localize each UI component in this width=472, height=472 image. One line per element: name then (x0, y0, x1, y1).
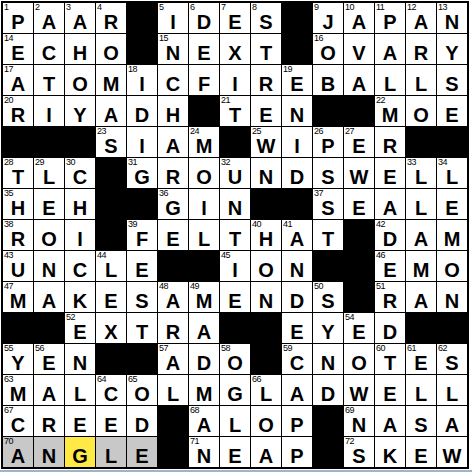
cell-r3c13[interactable]: L (375, 65, 405, 95)
cell-letter: R (96, 11, 126, 33)
cell-letter: L (96, 259, 126, 281)
cell-r11c5[interactable]: T (127, 313, 157, 343)
cell-letter: E (65, 414, 95, 436)
cell-r12c7[interactable]: D (189, 344, 219, 374)
cell-r15c15[interactable]: W (437, 437, 467, 467)
cell-letter: T (3, 166, 33, 188)
black-square-r11c14 (406, 313, 436, 343)
cell-r6c10[interactable]: D (282, 158, 312, 188)
cell-r8c2[interactable]: O (34, 220, 64, 250)
cell-r3c15[interactable]: S (437, 65, 467, 95)
cell-r10c4[interactable]: E (96, 282, 126, 312)
cell-r1c7[interactable]: 6D (189, 3, 219, 33)
cell-r14c14[interactable]: S (406, 406, 436, 436)
cell-r7c12[interactable]: E (344, 189, 374, 219)
cell-r13c12[interactable]: W (344, 375, 374, 405)
cell-r7c8[interactable]: N (220, 189, 250, 219)
cell-r14c4[interactable]: E (96, 406, 126, 436)
cell-letter: M (189, 135, 219, 157)
cell-r2c9[interactable]: T (251, 34, 281, 64)
cell-letter: E (344, 321, 374, 343)
cell-r5c6[interactable]: A (158, 127, 188, 157)
cell-r4c5[interactable]: D (127, 96, 157, 126)
cell-letter: W (344, 166, 374, 188)
cell-r7c13[interactable]: A (375, 189, 405, 219)
cell-r10c5[interactable]: S (127, 282, 157, 312)
cell-r13c2[interactable]: A (34, 375, 64, 405)
cell-r2c3[interactable]: H (65, 34, 95, 64)
cell-r13c9[interactable]: 66L (251, 375, 281, 405)
cell-r2c14[interactable]: R (406, 34, 436, 64)
cell-r15c13[interactable]: K (375, 437, 405, 467)
black-square-r7c4 (96, 189, 126, 219)
cell-letter: R (34, 414, 64, 436)
cell-letter: M (437, 228, 467, 250)
black-square-r8c12 (344, 220, 374, 250)
black-square-r9c6 (158, 251, 188, 281)
cell-r4c9[interactable]: E (251, 96, 281, 126)
cell-letter: R (158, 321, 188, 343)
cell-r11c10[interactable]: E (282, 313, 312, 343)
cell-letter: U (3, 259, 33, 281)
cell-letter: B (313, 73, 343, 95)
black-square-r8c4 (96, 220, 126, 250)
cell-r4c13[interactable]: 22M (375, 96, 405, 126)
cell-letter: O (127, 383, 157, 405)
cell-letter: H (65, 197, 95, 219)
cell-r7c2[interactable]: E (34, 189, 64, 219)
cell-letter: A (189, 321, 219, 343)
cell-r6c11[interactable]: S (313, 158, 343, 188)
cell-r7c14[interactable]: L (406, 189, 436, 219)
cell-r9c5[interactable]: E (127, 251, 157, 281)
cell-r3c2[interactable]: T (34, 65, 64, 95)
cell-r10c6[interactable]: 48A (158, 282, 188, 312)
cell-r10c10[interactable]: D (282, 282, 312, 312)
black-square-r1c5 (127, 3, 157, 33)
cell-r5c13[interactable]: R (375, 127, 405, 157)
cell-r3c7[interactable]: F (189, 65, 219, 95)
cell-letter: A (3, 73, 33, 95)
cell-letter: A (34, 383, 64, 405)
cell-letter: E (220, 290, 250, 312)
cell-r6c3[interactable]: 30C (65, 158, 95, 188)
cell-r11c7[interactable]: A (189, 313, 219, 343)
black-square-r5c2 (34, 127, 64, 157)
cell-letter: L (220, 414, 250, 436)
black-square-r7c10 (282, 189, 312, 219)
cell-r11c12[interactable]: 54E (344, 313, 374, 343)
cell-letter: A (282, 228, 312, 250)
cell-letter: L (158, 383, 188, 405)
cell-letter: E (344, 197, 374, 219)
cell-r13c4[interactable]: 64C (96, 375, 126, 405)
cell-letter: N (251, 166, 281, 188)
cell-r8c14[interactable]: A (406, 220, 436, 250)
cell-letter: S (437, 73, 467, 95)
cell-r6c5[interactable]: 31G (127, 158, 157, 188)
cell-r2c4[interactable]: O (96, 34, 126, 64)
cell-r1c12[interactable]: 10A (344, 3, 374, 33)
cell-r8c7[interactable]: L (189, 220, 219, 250)
cell-r8c1[interactable]: 38R (3, 220, 33, 250)
cell-letter: A (3, 445, 33, 467)
cell-r12c3[interactable]: N (65, 344, 95, 374)
cell-r14c7[interactable]: 68A (189, 406, 219, 436)
cell-r15c8[interactable]: E (220, 437, 250, 467)
cell-letter: A (375, 42, 405, 64)
cell-r1c14[interactable]: 12A (406, 3, 436, 33)
cell-r5c4[interactable]: 23S (96, 127, 126, 157)
cell-letter: H (65, 42, 95, 64)
cell-r3c5[interactable]: 18I (127, 65, 157, 95)
cell-letter: T (127, 321, 157, 343)
cell-r14c1[interactable]: 67C (3, 406, 33, 436)
cell-r8c15[interactable]: M (437, 220, 467, 250)
cell-letter: O (34, 228, 64, 250)
cell-letter: L (96, 445, 126, 467)
cell-r15c4[interactable]: L (96, 437, 126, 467)
cell-r2c15[interactable]: Y (437, 34, 467, 64)
cell-r10c11[interactable]: 50S (313, 282, 343, 312)
cell-r11c4[interactable]: X (96, 313, 126, 343)
cell-r15c5[interactable]: E (127, 437, 157, 467)
black-square-r11c1 (3, 313, 33, 343)
black-square-r11c8 (220, 313, 250, 343)
cell-letter: E (127, 259, 157, 281)
cell-r9c2[interactable]: N (34, 251, 64, 281)
cell-r6c9[interactable]: N (251, 158, 281, 188)
cell-letter: D (189, 11, 219, 33)
cell-r8c8[interactable]: T (220, 220, 250, 250)
cell-r2c12[interactable]: V (344, 34, 374, 64)
cell-letter: Y (3, 352, 33, 374)
cell-r8c3[interactable]: I (65, 220, 95, 250)
cell-r14c12[interactable]: 69N (344, 406, 374, 436)
cell-letter: E (437, 197, 467, 219)
cell-letter: A (437, 414, 467, 436)
cell-letter: M (406, 259, 436, 281)
cell-r13c13[interactable]: E (375, 375, 405, 405)
cell-r2c1[interactable]: 14E (3, 34, 33, 64)
cell-letter: N (251, 290, 281, 312)
cell-letter: J (313, 11, 343, 33)
cell-r14c13[interactable]: A (375, 406, 405, 436)
cell-r8c13[interactable]: 42D (375, 220, 405, 250)
cell-r6c12[interactable]: W (344, 158, 374, 188)
cell-letter: P (3, 11, 33, 33)
cell-letter: O (344, 352, 374, 374)
cell-r13c5[interactable]: 65O (127, 375, 157, 405)
cell-r2c7[interactable]: E (189, 34, 219, 64)
cell-letter: R (158, 166, 188, 188)
cell-r12c14[interactable]: 61E (406, 344, 436, 374)
cell-r6c15[interactable]: 34L (437, 158, 467, 188)
cell-r15c1[interactable]: 70A (3, 437, 33, 467)
cell-r1c1[interactable]: 1P (3, 3, 33, 33)
cell-r3c12[interactable]: A (344, 65, 374, 95)
cell-r2c11[interactable]: 16O (313, 34, 343, 64)
cell-r10c3[interactable]: K (65, 282, 95, 312)
cell-letter: T (313, 228, 343, 250)
cell-r3c11[interactable]: B (313, 65, 343, 95)
crossword-grid[interactable]: 1P2A3A4R5I6D7E8S9J10A11P12A13N14ECHO15NE… (1, 1, 469, 469)
cell-r8c9[interactable]: 40H (251, 220, 281, 250)
cell-letter: P (282, 414, 312, 436)
cell-letter: S (406, 414, 436, 436)
cell-r14c2[interactable]: R (34, 406, 64, 436)
cell-r4c1[interactable]: 20R (3, 96, 33, 126)
cell-r1c6[interactable]: 5I (158, 3, 188, 33)
cell-letter: D (127, 104, 157, 126)
cell-letter: E (375, 166, 405, 188)
cell-r6c13[interactable]: E (375, 158, 405, 188)
cell-r13c8[interactable]: G (220, 375, 250, 405)
cell-r5c12[interactable]: 27E (344, 127, 374, 157)
cell-r11c13[interactable]: D (375, 313, 405, 343)
cell-r3c14[interactable]: L (406, 65, 436, 95)
cell-letter: E (189, 42, 219, 64)
cell-r7c7[interactable]: I (189, 189, 219, 219)
cell-r8c10[interactable]: 41A (282, 220, 312, 250)
cell-r14c5[interactable]: D (127, 406, 157, 436)
cell-r7c3[interactable]: H (65, 189, 95, 219)
cell-letter: E (220, 445, 250, 467)
cell-r4c8[interactable]: 21T (220, 96, 250, 126)
cell-r11c11[interactable]: Y (313, 313, 343, 343)
cell-letter: E (65, 321, 95, 343)
cell-r13c7[interactable]: M (189, 375, 219, 405)
cell-r9c9[interactable]: O (251, 251, 281, 281)
cell-r4c15[interactable]: E (437, 96, 467, 126)
cell-r1c9[interactable]: 8S (251, 3, 281, 33)
cell-r6c14[interactable]: 33L (406, 158, 436, 188)
cell-letter: E (406, 352, 436, 374)
cell-r1c11[interactable]: 9J (313, 3, 343, 33)
cell-letter: E (375, 383, 405, 405)
cell-letter: F (127, 228, 157, 250)
cell-letter: S (313, 290, 343, 312)
cell-r6c2[interactable]: 29L (34, 158, 64, 188)
cell-r7c15[interactable]: E (437, 189, 467, 219)
cell-letter: R (251, 73, 281, 95)
cell-r9c10[interactable]: N (282, 251, 312, 281)
cell-r1c4[interactable]: 4R (96, 3, 126, 33)
cell-r9c14[interactable]: M (406, 251, 436, 281)
cell-letter: D (127, 414, 157, 436)
cell-r13c6[interactable]: L (158, 375, 188, 405)
cell-r12c1[interactable]: 55Y (3, 344, 33, 374)
cell-r9c8[interactable]: 45I (220, 251, 250, 281)
cell-r12c11[interactable]: N (313, 344, 343, 374)
cell-r3c3[interactable]: O (65, 65, 95, 95)
cell-r13c14[interactable]: L (406, 375, 436, 405)
cell-letter: P (313, 135, 343, 157)
cell-r10c9[interactable]: N (251, 282, 281, 312)
cell-r12c8[interactable]: 58O (220, 344, 250, 374)
cell-letter: N (189, 445, 219, 467)
cell-letter: I (127, 73, 157, 95)
cell-letter: L (65, 383, 95, 405)
cell-r13c3[interactable]: L (65, 375, 95, 405)
black-square-r2c10 (282, 34, 312, 64)
cell-letter: R (3, 228, 33, 250)
cell-r12c6[interactable]: 57A (158, 344, 188, 374)
cell-r10c7[interactable]: 49M (189, 282, 219, 312)
cell-r15c10[interactable]: P (282, 437, 312, 467)
cell-r12c12[interactable]: O (344, 344, 374, 374)
cell-r1c2[interactable]: 2A (34, 3, 64, 33)
cell-letter: S (96, 135, 126, 157)
cell-r10c13[interactable]: 51R (375, 282, 405, 312)
cell-r3c1[interactable]: 17A (3, 65, 33, 95)
cell-r1c15[interactable]: 13N (437, 3, 467, 33)
cell-r3c6[interactable]: C (158, 65, 188, 95)
cell-letter: O (189, 166, 219, 188)
cell-letter: A (251, 445, 281, 467)
cell-letter: O (65, 73, 95, 95)
cell-r3c9[interactable]: R (251, 65, 281, 95)
cell-letter: S (127, 290, 157, 312)
cell-r15c14[interactable]: E (406, 437, 436, 467)
cell-r14c15[interactable]: A (437, 406, 467, 436)
black-square-r2c5 (127, 34, 157, 64)
black-square-r5c1 (3, 127, 33, 157)
cell-r2c13[interactable]: A (375, 34, 405, 64)
cell-letter: L (189, 228, 219, 250)
cell-letter: N (282, 259, 312, 281)
cell-r8c6[interactable]: E (158, 220, 188, 250)
cell-letter: A (375, 197, 405, 219)
cell-letter: I (220, 259, 250, 281)
cell-r14c10[interactable]: P (282, 406, 312, 436)
cell-r5c9[interactable]: 25W (251, 127, 281, 157)
cell-letter: E (220, 11, 250, 33)
cell-r1c8[interactable]: 7E (220, 3, 250, 33)
cell-r9c15[interactable]: O (437, 251, 467, 281)
cell-r9c1[interactable]: 43U (3, 251, 33, 281)
cell-letter: D (282, 166, 312, 188)
cell-r12c2[interactable]: 56E (34, 344, 64, 374)
cell-r4c3[interactable]: Y (65, 96, 95, 126)
black-square-r7c9 (251, 189, 281, 219)
cell-letter: E (96, 290, 126, 312)
black-square-r5c15 (437, 127, 467, 157)
cell-r3c10[interactable]: 19E (282, 65, 312, 95)
cell-r9c4[interactable]: 44L (96, 251, 126, 281)
cell-letter: N (437, 11, 467, 33)
cell-r6c1[interactable]: 28T (3, 158, 33, 188)
crossword-app: 1P2A3A4R5I6D7E8S9J10A11P12A13N14ECHO15NE… (0, 0, 472, 472)
cell-r10c8[interactable]: E (220, 282, 250, 312)
cell-r10c15[interactable]: N (437, 282, 467, 312)
cell-r12c10[interactable]: 59C (282, 344, 312, 374)
cell-r15c3[interactable]: G (65, 437, 95, 467)
cell-letter: M (3, 290, 33, 312)
cell-letter: E (437, 104, 467, 126)
cell-r7c6[interactable]: 36G (158, 189, 188, 219)
cell-r10c2[interactable]: A (34, 282, 64, 312)
cell-r5c7[interactable]: 24M (189, 127, 219, 157)
cell-r2c8[interactable]: X (220, 34, 250, 64)
cell-r9c3[interactable]: C (65, 251, 95, 281)
cell-r6c8[interactable]: 32U (220, 158, 250, 188)
cell-r5c10[interactable]: I (282, 127, 312, 157)
cell-letter: C (158, 73, 188, 95)
cell-r3c8[interactable]: I (220, 65, 250, 95)
cell-letter: M (189, 383, 219, 405)
cell-letter: S (344, 445, 374, 467)
cell-r4c4[interactable]: A (96, 96, 126, 126)
cell-r13c10[interactable]: A (282, 375, 312, 405)
cell-r13c15[interactable]: L (437, 375, 467, 405)
cell-r2c2[interactable]: C (34, 34, 64, 64)
cell-r6c7[interactable]: O (189, 158, 219, 188)
cell-letter: E (375, 259, 405, 281)
cell-letter: O (313, 42, 343, 64)
cell-r1c13[interactable]: 11P (375, 3, 405, 33)
black-square-r15c6 (158, 437, 188, 467)
cell-r2c6[interactable]: 15N (158, 34, 188, 64)
cell-r5c5[interactable]: I (127, 127, 157, 157)
cell-letter: S (437, 352, 467, 374)
cell-r4c6[interactable]: H (158, 96, 188, 126)
cell-r14c3[interactable]: E (65, 406, 95, 436)
cell-r4c2[interactable]: I (34, 96, 64, 126)
cell-letter: M (375, 104, 405, 126)
cell-letter: R (375, 290, 405, 312)
cell-r12c15[interactable]: 62S (437, 344, 467, 374)
cell-letter: E (282, 321, 312, 343)
cell-r13c11[interactable]: D (313, 375, 343, 405)
cell-r7c11[interactable]: 37S (313, 189, 343, 219)
cell-r8c5[interactable]: 39F (127, 220, 157, 250)
black-square-r5c8 (220, 127, 250, 157)
cell-r14c9[interactable]: O (251, 406, 281, 436)
cell-r3c4[interactable]: M (96, 65, 126, 95)
cell-r11c6[interactable]: R (158, 313, 188, 343)
black-square-r9c7 (189, 251, 219, 281)
cell-r7c1[interactable]: 35H (3, 189, 33, 219)
cell-letter: E (96, 414, 126, 436)
cell-r1c3[interactable]: 3A (65, 3, 95, 33)
cell-letter: L (251, 383, 281, 405)
cell-r13c1[interactable]: 63M (3, 375, 33, 405)
cell-r12c13[interactable]: 60T (375, 344, 405, 374)
cell-r15c9[interactable]: A (251, 437, 281, 467)
cell-letter: W (251, 135, 281, 157)
cell-r4c10[interactable]: N (282, 96, 312, 126)
cell-r8c11[interactable]: T (313, 220, 343, 250)
cell-r15c7[interactable]: 71N (189, 437, 219, 467)
cell-r4c14[interactable]: O (406, 96, 436, 126)
cell-r10c14[interactable]: A (406, 282, 436, 312)
cell-letter: R (3, 104, 33, 126)
cell-r14c8[interactable]: L (220, 406, 250, 436)
black-square-r4c11 (313, 96, 343, 126)
cell-r9c13[interactable]: 46E (375, 251, 405, 281)
cell-r5c11[interactable]: 26P (313, 127, 343, 157)
cell-letter: S (313, 197, 343, 219)
cell-letter: H (158, 104, 188, 126)
cell-r15c12[interactable]: 72S (344, 437, 374, 467)
cell-r15c2[interactable]: N (34, 437, 64, 467)
cell-r10c1[interactable]: 47M (3, 282, 33, 312)
cell-r11c3[interactable]: 52E (65, 313, 95, 343)
cell-letter: N (65, 352, 95, 374)
cell-r6c6[interactable]: R (158, 158, 188, 188)
cell-letter: E (34, 352, 64, 374)
